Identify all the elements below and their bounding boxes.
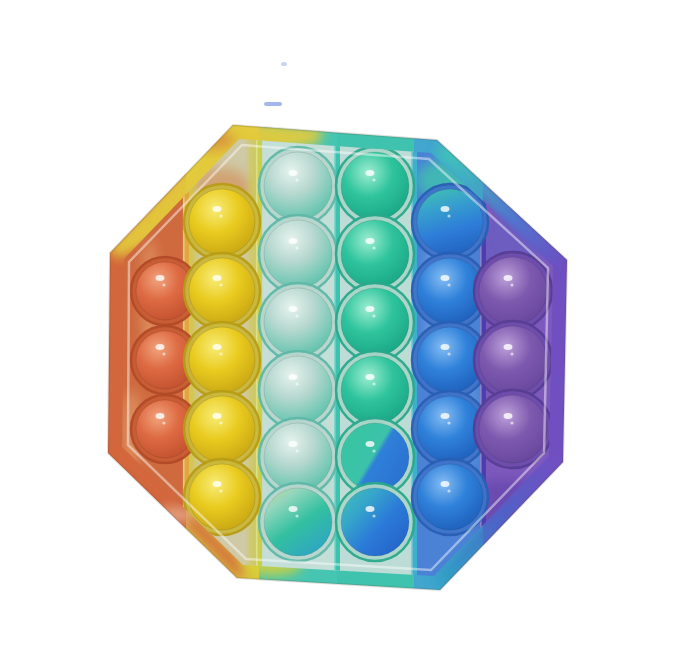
- bubble-highlight-dot: [219, 489, 222, 492]
- bubble-highlight: [441, 413, 450, 419]
- bubble-highlight: [213, 275, 222, 281]
- bubble-highlight-dot: [372, 449, 375, 452]
- bubble[interactable]: [479, 326, 547, 394]
- bubble-highlight-dot: [219, 352, 222, 355]
- bubble-highlight-dot: [372, 246, 375, 249]
- bubble[interactable]: [341, 288, 409, 356]
- bubble-highlight-dot: [372, 382, 375, 385]
- bubble-highlight: [366, 238, 375, 244]
- pop-it-board: [92, 110, 578, 600]
- bubble-highlight-dot: [295, 382, 298, 385]
- bubble-highlight-dot: [219, 421, 222, 424]
- bubble-highlight-dot: [162, 352, 165, 355]
- bubble-highlight: [366, 170, 375, 176]
- bubble-highlight-dot: [162, 421, 165, 424]
- bubble[interactable]: [264, 488, 332, 556]
- bubble[interactable]: [189, 327, 255, 393]
- bubble[interactable]: [341, 220, 409, 288]
- bubble-highlight: [366, 441, 375, 447]
- bubble[interactable]: [341, 488, 409, 556]
- bubble-highlight-dot: [295, 314, 298, 317]
- bubble-highlight: [213, 344, 222, 350]
- bubble-highlight: [289, 238, 298, 244]
- bubble-highlight-dot: [447, 283, 450, 286]
- bubble[interactable]: [479, 257, 547, 325]
- bubble-highlight: [441, 344, 450, 350]
- bubble-highlight-dot: [295, 178, 298, 181]
- bubble-highlight-dot: [447, 352, 450, 355]
- bubble[interactable]: [417, 464, 483, 530]
- bubble[interactable]: [479, 395, 547, 463]
- bubble-highlight-dot: [510, 283, 513, 286]
- bubble[interactable]: [264, 152, 332, 220]
- bubble-highlight: [289, 170, 298, 176]
- bubble-highlight-dot: [219, 214, 222, 217]
- photo-artifact-smudges: [264, 62, 287, 106]
- bubble-highlight: [289, 306, 298, 312]
- bubble[interactable]: [189, 396, 255, 462]
- bubble-highlight: [441, 275, 450, 281]
- bubble-highlight: [156, 275, 165, 281]
- bubble[interactable]: [264, 220, 332, 288]
- bubble-highlight: [213, 413, 222, 419]
- bubble-highlight-dot: [372, 178, 375, 181]
- bubble-highlight-dot: [295, 514, 298, 517]
- photo-canvas: [0, 0, 681, 669]
- bubble[interactable]: [341, 152, 409, 220]
- bubble[interactable]: [264, 288, 332, 356]
- bubble[interactable]: [189, 464, 255, 530]
- pop-it-toy: [0, 0, 681, 669]
- bubble-highlight: [156, 413, 165, 419]
- bubble-highlight-dot: [447, 489, 450, 492]
- bubble-highlight: [441, 206, 450, 212]
- bubble-highlight-dot: [372, 314, 375, 317]
- bubble-highlight: [213, 206, 222, 212]
- bubble-highlight-dot: [219, 283, 222, 286]
- bubble-highlight: [366, 374, 375, 380]
- bubble-highlight: [156, 344, 165, 350]
- bubble[interactable]: [189, 189, 255, 255]
- bubble-highlight-dot: [295, 449, 298, 452]
- bubble-highlight: [213, 481, 222, 487]
- bubble-highlight: [504, 413, 513, 419]
- bubble-highlight-dot: [510, 352, 513, 355]
- bubble[interactable]: [189, 258, 255, 324]
- bubble[interactable]: [341, 423, 409, 491]
- bubble-highlight: [504, 344, 513, 350]
- bubble[interactable]: [264, 356, 332, 424]
- bubble-highlight-dot: [295, 246, 298, 249]
- bubble[interactable]: [341, 356, 409, 424]
- bubble-highlight-dot: [510, 421, 513, 424]
- bubble-highlight: [289, 441, 298, 447]
- bubble-highlight: [366, 506, 375, 512]
- bubble-highlight: [289, 374, 298, 380]
- bubble-highlight-dot: [447, 214, 450, 217]
- bubble[interactable]: [264, 423, 332, 491]
- bubble-highlight-dot: [447, 421, 450, 424]
- bubble-highlight: [366, 306, 375, 312]
- bubble-highlight-dot: [372, 514, 375, 517]
- bubble-highlight: [289, 506, 298, 512]
- bubble-highlight: [441, 481, 450, 487]
- bubble-highlight-dot: [162, 283, 165, 286]
- bubble-highlight: [504, 275, 513, 281]
